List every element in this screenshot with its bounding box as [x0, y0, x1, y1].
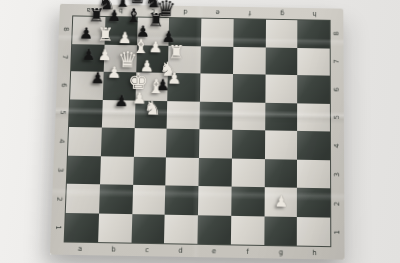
piece-white-pawn: ♟ [167, 71, 182, 87]
file-label-top-h: h [298, 8, 330, 20]
piece-white-rook: ♜ [168, 43, 185, 62]
piece-white-pawn: ♟ [132, 91, 147, 107]
piece-white-knight: ♞ [143, 98, 161, 118]
piece-black-pawn: ♟ [161, 29, 175, 45]
piece-white-bishop: ♝ [132, 36, 150, 56]
rank-labels-right: 87654321 [331, 20, 345, 248]
file-label-top-e: e [201, 6, 233, 18]
photo-background: abcdefgh abcdefgh 87654321 87654321 ♞♝♚♞… [0, 0, 400, 263]
file-label-top-g: g [266, 7, 298, 19]
piece-white-pawn: ♟ [107, 66, 122, 82]
piece-black-pawn: ♟ [136, 25, 150, 41]
file-label-bottom-g: g [264, 246, 298, 259]
pieces-layer: ♞♝♚♞♛♜♟♝♜♟♟♟♜♟♝♟♜♟♟♛♟♞♟♟♟♚♟♝♟♟♞♟ [64, 15, 332, 247]
file-label-bottom-e: e [197, 245, 231, 258]
file-label-bottom-h: h [298, 247, 332, 260]
file-label-bottom-f: f [231, 245, 265, 258]
chessboard: abcdefgh abcdefgh 87654321 87654321 ♞♝♚♞… [50, 4, 345, 260]
file-label-bottom-d: d [164, 244, 198, 257]
piece-white-pawn: ♟ [98, 47, 113, 63]
piece-white-rook: ♜ [97, 25, 114, 43]
piece-white-king: ♚ [128, 71, 149, 94]
file-label-bottom-c: c [130, 244, 164, 257]
file-label-top-f: f [234, 7, 266, 19]
piece-white-pawn: ♟ [148, 40, 162, 56]
piece-black-pawn: ♟ [155, 78, 170, 94]
file-label-top-a: a [72, 4, 105, 16]
piece-white-queen: ♛ [117, 50, 138, 73]
piece-black-pawn: ♟ [114, 94, 129, 110]
vinyl-board: abcdefgh abcdefgh 87654321 87654321 ♞♝♚♞… [50, 4, 345, 260]
piece-white-pawn: ♟ [274, 194, 288, 209]
file-label-bottom-a: a [63, 242, 97, 255]
file-label-top-c: c [137, 5, 170, 17]
piece-black-pawn: ♟ [81, 47, 96, 63]
piece-black-pawn: ♟ [90, 71, 105, 87]
piece-white-pawn: ♟ [140, 59, 155, 75]
piece-white-pawn: ♟ [118, 31, 133, 47]
piece-white-bishop: ♝ [147, 77, 165, 97]
file-label-top-d: d [169, 6, 201, 18]
piece-black-pawn: ♟ [79, 26, 94, 42]
piece-white-knight: ♞ [159, 59, 177, 79]
file-label-top-b: b [105, 5, 138, 17]
file-label-bottom-b: b [97, 243, 131, 256]
